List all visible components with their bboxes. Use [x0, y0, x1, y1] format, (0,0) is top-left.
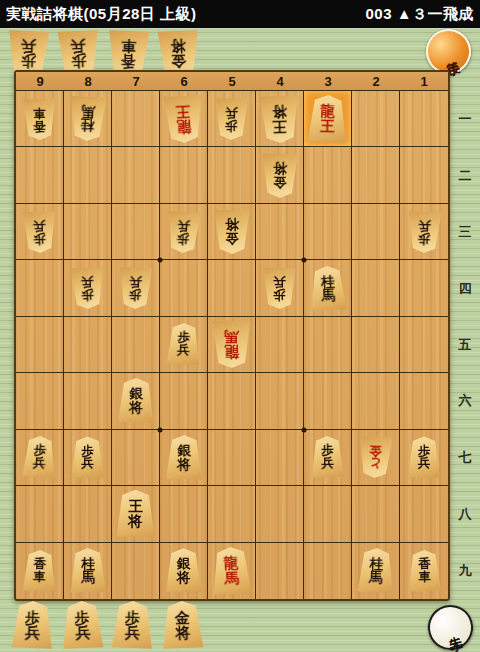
square-96[interactable] — [16, 373, 64, 429]
piece-kanji: 王 — [128, 499, 143, 514]
board-grid: 香車桂馬龍王歩兵王将龍王金将歩兵歩兵金将歩兵歩兵歩兵歩兵桂馬歩兵龍馬銀将歩兵歩兵… — [16, 91, 448, 599]
piece-kanji: 将 — [177, 457, 191, 471]
piece-gote-歩兵[interactable]: 歩兵 — [118, 266, 152, 309]
hand-sente-歩兵[interactable]: 歩兵 — [111, 600, 154, 649]
square-37[interactable]: 歩兵 — [304, 430, 352, 486]
square-66[interactable] — [160, 373, 208, 429]
piece-kanji: 金 — [174, 609, 190, 625]
square-57[interactable] — [208, 430, 256, 486]
piece-kanji: 馬 — [224, 570, 239, 586]
piece-kanji: 将 — [273, 161, 287, 175]
square-82[interactable] — [64, 147, 112, 203]
rank-label: 九 — [452, 543, 478, 599]
rank-label: 七 — [452, 430, 478, 486]
piece-sente-香車[interactable]: 香車 — [407, 549, 441, 592]
piece-kanji: 馬 — [368, 571, 382, 585]
piece-gote-歩兵[interactable]: 歩兵 — [263, 267, 296, 309]
square-89[interactable]: 桂馬 — [64, 543, 112, 599]
piece-kanji: 兵 — [124, 625, 140, 641]
piece-kanji: 歩 — [33, 444, 46, 457]
square-72[interactable] — [112, 147, 160, 203]
piece-gote-歩兵[interactable]: 歩兵 — [215, 97, 249, 140]
hoshi-dot — [301, 427, 306, 432]
piece-kanji: 歩 — [321, 445, 334, 458]
square-16[interactable] — [400, 373, 448, 429]
square-19[interactable]: 香車 — [400, 543, 448, 599]
piece-kanji: 金 — [225, 232, 239, 246]
piece-sente-桂馬[interactable]: 桂馬 — [357, 548, 395, 594]
square-75[interactable] — [112, 317, 160, 373]
square-81[interactable]: 桂馬 — [64, 91, 112, 147]
square-93[interactable]: 歩兵 — [16, 204, 64, 260]
file-label: 3 — [304, 72, 352, 90]
hand-sente-歩兵[interactable]: 歩兵 — [61, 600, 104, 649]
piece-kanji: 車 — [121, 38, 137, 54]
square-15[interactable] — [400, 317, 448, 373]
piece-kanji: 兵 — [225, 106, 238, 119]
piece-kanji: 歩 — [25, 609, 41, 625]
square-85[interactable] — [64, 317, 112, 373]
square-59[interactable]: 龍馬 — [208, 543, 256, 599]
square-12[interactable] — [400, 147, 448, 203]
square-94[interactable] — [16, 260, 64, 316]
piece-kanji: 将 — [129, 401, 143, 415]
square-95[interactable] — [16, 317, 64, 373]
piece-kanji: 兵 — [33, 457, 46, 470]
square-46[interactable] — [256, 373, 304, 429]
piece-kanji: 兵 — [21, 38, 37, 54]
square-62[interactable] — [160, 147, 208, 203]
file-coordinates: 987654321 — [16, 72, 448, 91]
square-84[interactable]: 歩兵 — [64, 260, 112, 316]
piece-kanji: 兵 — [75, 625, 91, 641]
square-56[interactable] — [208, 373, 256, 429]
piece-kanji: 車 — [33, 571, 46, 584]
tatami-background: 歩兵歩兵香車金将 後手 987654321 香車桂馬龍王歩兵王将龍王金将歩兵歩兵… — [0, 28, 480, 652]
square-49[interactable] — [256, 543, 304, 599]
square-24[interactable] — [352, 260, 400, 316]
piece-kanji: 馬 — [81, 571, 95, 585]
piece-gote-金将[interactable]: 金将 — [261, 152, 298, 198]
piece-kanji: 将 — [177, 571, 191, 585]
square-71[interactable] — [112, 91, 160, 147]
square-87[interactable]: 歩兵 — [64, 430, 112, 486]
piece-kanji: 歩 — [273, 288, 286, 301]
square-58[interactable] — [208, 486, 256, 542]
square-52[interactable] — [208, 147, 256, 203]
square-92[interactable] — [16, 147, 64, 203]
file-label: 2 — [352, 72, 400, 90]
hoshi-dot — [301, 258, 306, 263]
piece-kanji: 歩 — [20, 54, 36, 70]
app-title: 実戦詰将棋(05月28日 上級) — [6, 5, 197, 24]
square-53[interactable]: 金将 — [208, 204, 256, 260]
sente-captured-tray: 歩兵歩兵歩兵金将 — [12, 601, 203, 649]
hoshi-dot — [157, 258, 162, 263]
rank-label: 一 — [452, 91, 478, 147]
piece-sente-桂馬[interactable]: 桂馬 — [69, 548, 106, 594]
piece-sente-銀将[interactable]: 銀将 — [165, 435, 202, 481]
piece-kanji: 桂 — [320, 274, 334, 288]
rank-label: 二 — [452, 147, 478, 203]
rank-label: 四 — [452, 260, 478, 316]
piece-kanji: 王 — [320, 118, 335, 133]
piece-kanji: 歩 — [71, 54, 87, 70]
square-44[interactable]: 歩兵 — [256, 260, 304, 316]
file-label: 6 — [160, 72, 208, 90]
piece-sente-歩兵[interactable]: 歩兵 — [22, 436, 57, 480]
square-18[interactable] — [400, 486, 448, 542]
square-64[interactable] — [160, 260, 208, 316]
square-41[interactable]: 王将 — [256, 91, 304, 147]
piece-kanji: 兵 — [418, 457, 431, 470]
piece-kanji: 馬 — [81, 105, 95, 119]
square-38[interactable] — [304, 486, 352, 542]
piece-kanji: 歩 — [33, 231, 46, 244]
piece-kanji: 龍 — [223, 556, 238, 572]
square-14[interactable] — [400, 260, 448, 316]
piece-kanji: 兵 — [33, 219, 46, 232]
piece-kanji: 兵 — [24, 625, 40, 641]
piece-sente-龍王[interactable]: 龍王 — [307, 94, 348, 143]
piece-kanji: 兵 — [70, 38, 86, 54]
piece-kanji: 兵 — [321, 457, 334, 470]
rank-label: 八 — [452, 486, 478, 542]
piece-kanji: 香 — [33, 119, 46, 132]
piece-gote-歩兵[interactable]: 歩兵 — [22, 210, 56, 253]
piece-sente-龍馬[interactable]: 龍馬 — [211, 546, 252, 596]
square-77[interactable] — [112, 430, 160, 486]
piece-kanji: 車 — [33, 106, 46, 119]
square-99[interactable]: 香車 — [16, 543, 64, 599]
square-32[interactable] — [304, 147, 352, 203]
piece-kanji: 兵 — [129, 275, 142, 288]
square-21[interactable] — [352, 91, 400, 147]
piece-gote-桂馬[interactable]: 桂馬 — [68, 95, 106, 142]
piece-kanji: 兵 — [177, 219, 190, 232]
square-28[interactable] — [352, 486, 400, 542]
square-88[interactable] — [64, 486, 112, 542]
piece-kanji: 歩 — [74, 609, 90, 625]
file-label: 5 — [208, 72, 256, 90]
piece-kanji: 銀 — [129, 387, 143, 401]
piece-kanji: 歩 — [125, 609, 141, 625]
square-86[interactable] — [64, 373, 112, 429]
piece-gote-歩兵[interactable]: 歩兵 — [166, 210, 201, 254]
piece-kanji: 香 — [418, 558, 431, 571]
piece-kanji: 歩 — [177, 332, 190, 345]
square-13[interactable]: 歩兵 — [400, 204, 448, 260]
square-54[interactable] — [208, 260, 256, 316]
square-65[interactable]: 歩兵 — [160, 317, 208, 373]
piece-kanji: 歩 — [81, 288, 94, 301]
square-91[interactable]: 香車 — [16, 91, 64, 147]
piece-kanji: 歩 — [129, 288, 142, 301]
piece-kanji: 馬 — [224, 330, 239, 345]
piece-kanji: 歩 — [225, 119, 238, 132]
hoshi-dot — [157, 427, 162, 432]
piece-kanji: 龍 — [224, 344, 239, 359]
piece-gote-と金[interactable]: と金 — [358, 436, 393, 480]
square-25[interactable] — [352, 317, 400, 373]
piece-kanji: 桂 — [81, 557, 95, 571]
square-35[interactable] — [304, 317, 352, 373]
file-label: 4 — [256, 72, 304, 90]
square-51[interactable]: 歩兵 — [208, 91, 256, 147]
piece-kanji: 歩 — [177, 231, 190, 244]
square-26[interactable] — [352, 373, 400, 429]
piece-kanji: 兵 — [273, 275, 286, 288]
square-42[interactable]: 金将 — [256, 147, 304, 203]
piece-kanji: 歩 — [81, 445, 94, 458]
piece-kanji: 王 — [175, 104, 190, 120]
square-11[interactable] — [400, 91, 448, 147]
file-label: 1 — [400, 72, 448, 90]
square-45[interactable] — [256, 317, 304, 373]
piece-kanji: 将 — [170, 38, 186, 54]
piece-kanji: 王 — [272, 118, 287, 133]
square-76[interactable]: 銀将 — [112, 373, 160, 429]
piece-kanji: 金 — [273, 175, 287, 189]
piece-gote-歩兵[interactable]: 歩兵 — [407, 210, 441, 253]
piece-gote-金将[interactable]: 金将 — [214, 209, 250, 254]
rank-coordinates: 一二三四五六七八九 — [452, 91, 478, 599]
piece-kanji: 歩 — [417, 231, 430, 244]
piece-kanji: 銀 — [177, 443, 191, 457]
piece-kanji: 桂 — [369, 557, 383, 571]
sente-badge: 先手 — [423, 600, 479, 652]
title-bar: 実戦詰将棋(05月28日 上級) 003 ▲３一飛成 — [0, 0, 480, 28]
move-counter: 003 ▲３一飛成 — [365, 5, 474, 24]
square-83[interactable] — [64, 204, 112, 260]
piece-sente-桂馬[interactable]: 桂馬 — [308, 265, 346, 312]
square-23[interactable] — [352, 204, 400, 260]
piece-gote-香車[interactable]: 香車 — [23, 97, 57, 140]
piece-kanji: 将 — [272, 104, 287, 119]
square-33[interactable] — [304, 204, 352, 260]
square-27[interactable]: と金 — [352, 430, 400, 486]
piece-kanji: 兵 — [81, 457, 94, 470]
piece-kanji: 馬 — [321, 288, 335, 302]
hand-sente-歩兵[interactable]: 歩兵 — [11, 600, 54, 649]
piece-kanji: 兵 — [177, 344, 190, 357]
shogi-board: 987654321 香車桂馬龍王歩兵王将龍王金将歩兵歩兵金将歩兵歩兵歩兵歩兵桂馬… — [14, 70, 450, 601]
square-79[interactable] — [112, 543, 160, 599]
square-47[interactable] — [256, 430, 304, 486]
piece-kanji: 車 — [418, 571, 431, 584]
square-98[interactable] — [16, 486, 64, 542]
square-43[interactable] — [256, 204, 304, 260]
piece-sente-銀将[interactable]: 銀将 — [117, 378, 154, 424]
piece-kanji: 桂 — [80, 118, 94, 132]
file-label: 9 — [16, 72, 64, 90]
piece-sente-王将[interactable]: 王将 — [116, 490, 155, 538]
square-22[interactable] — [352, 147, 400, 203]
piece-kanji: と — [368, 457, 381, 470]
piece-kanji: 香 — [33, 558, 46, 571]
piece-sente-香車[interactable]: 香車 — [22, 549, 56, 592]
piece-kanji: 将 — [225, 218, 239, 232]
square-29[interactable]: 桂馬 — [352, 543, 400, 599]
piece-kanji: 龍 — [320, 104, 335, 119]
square-36[interactable] — [304, 373, 352, 429]
piece-kanji: 将 — [175, 625, 191, 641]
piece-gote-王将[interactable]: 王将 — [259, 94, 300, 143]
file-label: 8 — [64, 72, 112, 90]
piece-gote-龍馬[interactable]: 龍馬 — [212, 320, 252, 369]
square-34[interactable]: 桂馬 — [304, 260, 352, 316]
piece-kanji: 香 — [120, 54, 136, 70]
piece-kanji: 金 — [369, 444, 382, 457]
piece-sente-歩兵[interactable]: 歩兵 — [166, 323, 200, 366]
square-55[interactable]: 龍馬 — [208, 317, 256, 373]
square-78[interactable]: 王将 — [112, 486, 160, 542]
square-74[interactable]: 歩兵 — [112, 260, 160, 316]
square-48[interactable] — [256, 486, 304, 542]
square-67[interactable]: 銀将 — [160, 430, 208, 486]
rank-label: 五 — [452, 317, 478, 373]
piece-kanji: 歩 — [418, 445, 431, 458]
piece-sente-銀将[interactable]: 銀将 — [166, 548, 202, 593]
square-31[interactable]: 龍王 — [304, 91, 352, 147]
piece-gote-龍王[interactable]: 龍王 — [163, 94, 204, 144]
square-97[interactable]: 歩兵 — [16, 430, 64, 486]
piece-gote-歩兵[interactable]: 歩兵 — [70, 266, 104, 309]
piece-kanji: 金 — [171, 54, 187, 70]
piece-sente-歩兵[interactable]: 歩兵 — [71, 436, 104, 478]
square-69[interactable]: 銀将 — [160, 543, 208, 599]
hand-sente-金将[interactable]: 金将 — [161, 600, 204, 649]
piece-kanji: 兵 — [418, 219, 431, 232]
square-63[interactable]: 歩兵 — [160, 204, 208, 260]
rank-label: 六 — [452, 373, 478, 429]
piece-sente-歩兵[interactable]: 歩兵 — [311, 436, 345, 479]
piece-kanji: 兵 — [81, 275, 94, 288]
rank-label: 三 — [452, 204, 478, 260]
square-68[interactable] — [160, 486, 208, 542]
square-39[interactable] — [304, 543, 352, 599]
piece-kanji: 銀 — [177, 557, 191, 571]
square-17[interactable]: 歩兵 — [400, 430, 448, 486]
file-label: 7 — [112, 72, 160, 90]
piece-kanji: 龍 — [176, 118, 191, 134]
square-73[interactable] — [112, 204, 160, 260]
piece-kanji: 将 — [128, 514, 143, 529]
piece-sente-歩兵[interactable]: 歩兵 — [408, 436, 441, 478]
square-61[interactable]: 龍王 — [160, 91, 208, 147]
